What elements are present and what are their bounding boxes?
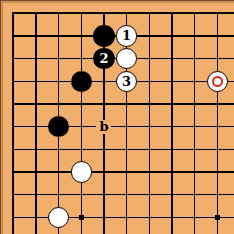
black-stone-e18 (93, 25, 115, 47)
go-board: b123 (3, 3, 234, 234)
grid-line-horizontal (12, 149, 234, 151)
move-number: 2 (99, 51, 108, 66)
black-stone-c14 (48, 116, 70, 138)
white-stone-f16: 3 (116, 71, 138, 93)
grid-line-vertical (217, 12, 219, 234)
board-edge-border: b123 (1, 1, 234, 234)
grid-line-horizontal (12, 194, 234, 196)
black-stone-d16 (71, 71, 93, 93)
grid-line-vertical (171, 12, 173, 234)
white-stone-k16 (207, 71, 229, 93)
circle-marker (212, 76, 223, 87)
grid-line-horizontal (12, 12, 234, 14)
black-stone-e17: 2 (93, 48, 115, 70)
star-point (79, 215, 84, 220)
move-number: 3 (122, 74, 131, 89)
grid-line-vertical (35, 12, 37, 234)
move-number: 1 (122, 28, 131, 43)
star-point (215, 215, 220, 220)
white-stone-d12 (71, 161, 93, 183)
point-label-b: b (96, 120, 111, 134)
grid-line-horizontal (12, 217, 234, 219)
white-stone-f18: 1 (116, 25, 138, 47)
white-stone-f17 (116, 48, 138, 70)
grid-line-horizontal (12, 171, 234, 173)
grid-line-horizontal (12, 126, 234, 128)
grid-line-vertical (12, 12, 14, 234)
grid-line-horizontal (12, 103, 234, 105)
grid-line-vertical (149, 12, 151, 234)
white-stone-c10 (48, 207, 70, 229)
grid-line-vertical (194, 12, 196, 234)
go-diagram: b123 (0, 0, 234, 234)
grid-line-vertical (81, 12, 83, 234)
